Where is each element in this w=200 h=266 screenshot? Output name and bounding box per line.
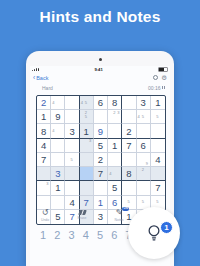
cell-r6c6[interactable]: 4 (108, 167, 122, 181)
signal-icon (32, 68, 39, 72)
cell-r3c1[interactable]: 8 (37, 124, 51, 138)
cell-r6c7[interactable]: 8 (122, 167, 136, 181)
cell-r1c1[interactable]: 2 (37, 96, 51, 110)
page-title: Hints and Notes (0, 8, 200, 26)
difficulty-label: Hard (42, 85, 53, 91)
cell-r1c4[interactable]: 45 (80, 96, 94, 110)
cell-r4c1[interactable]: 4 (37, 139, 51, 153)
eraser-icon (78, 210, 87, 215)
battery-icon (158, 67, 168, 73)
cell-r5c3[interactable]: 5 (65, 153, 79, 167)
note-digit: 2 (113, 111, 115, 115)
cell-r4c5[interactable]: 5 (94, 139, 108, 153)
cell-r1c8[interactable]: 3 (137, 96, 151, 110)
cell-r2c6[interactable]: 23 (108, 110, 122, 124)
cell-r2c4[interactable]: 25 (80, 110, 94, 124)
cell-r5c5[interactable]: 2 (94, 153, 108, 167)
cell-r6c8[interactable]: 2 (137, 167, 151, 181)
note-digit: 2 (142, 168, 144, 172)
pause-button[interactable] (162, 86, 165, 90)
cell-r4c9[interactable] (151, 139, 165, 153)
numpad-4[interactable]: 4 (79, 229, 93, 241)
cell-r4c6[interactable]: 1 (108, 139, 122, 153)
note-digit: 3 (46, 182, 48, 186)
cell-r7c9[interactable]: 7 (151, 181, 165, 195)
back-label: Back (36, 75, 48, 81)
note-digit: 9 (146, 162, 148, 166)
cell-r6c4[interactable] (80, 167, 94, 181)
cell-r7c8[interactable] (137, 181, 151, 195)
cell-r5c4[interactable] (80, 153, 94, 167)
note-digit: 4 (52, 129, 54, 133)
cell-r5c9[interactable]: 4 (151, 153, 165, 167)
theme-icon[interactable] (153, 75, 159, 81)
cell-r5c6[interactable] (108, 153, 122, 167)
note-digit: 4 (52, 101, 54, 105)
camera-icon (99, 58, 102, 61)
cell-r4c4[interactable]: 3 (80, 139, 94, 153)
cell-r2c7[interactable] (122, 110, 136, 124)
hint-count-badge: 1 (160, 221, 173, 234)
cell-r7c7[interactable] (122, 181, 136, 195)
cell-r1c5[interactable]: 6 (94, 96, 108, 110)
notes-toggle-badge: ON (122, 207, 129, 211)
cell-r1c3[interactable] (65, 96, 79, 110)
note-digit: 5 (127, 200, 129, 204)
numpad-6[interactable]: 6 (107, 229, 121, 241)
status-bar: 9:41 (32, 67, 168, 72)
tool-label: Undo (41, 218, 49, 222)
note-digit: 5 (85, 115, 87, 119)
cell-r2c5[interactable] (94, 110, 108, 124)
settings-gear-icon[interactable]: ⚙ (161, 75, 167, 81)
cell-r3c6[interactable] (108, 124, 122, 138)
cell-r6c9[interactable] (151, 167, 165, 181)
game-info-row: Hard 00:16 (42, 84, 165, 91)
cell-r2c9[interactable]: 5 (151, 110, 165, 124)
cell-r5c1[interactable]: 7 (37, 153, 51, 167)
cell-r6c5[interactable]: 7 (94, 167, 108, 181)
erase-button[interactable]: Erase (71, 208, 93, 224)
note-digit: 4 (138, 115, 140, 119)
tool-label: Erase (78, 216, 87, 220)
numpad-3[interactable]: 3 (64, 229, 78, 241)
cell-r2c2[interactable]: 9 (51, 110, 65, 124)
cell-r4c3[interactable] (65, 139, 79, 153)
hint-bubble[interactable] (128, 207, 180, 259)
cell-r6c2[interactable]: 3 (51, 167, 65, 181)
cell-r1c6[interactable]: 8 (108, 96, 122, 110)
cell-r5c8[interactable]: 9 (137, 153, 151, 167)
numpad-5[interactable]: 5 (93, 229, 107, 241)
cell-r1c9[interactable]: 1 (151, 96, 165, 110)
note-digit: 5 (156, 115, 158, 119)
cell-r7c2[interactable]: 1 (51, 181, 65, 195)
note-digit: 4 (109, 172, 111, 176)
cell-r3c3[interactable]: 3 (65, 124, 79, 138)
chevron-left-icon: ‹ (33, 75, 35, 80)
toolbar: ↺UndoErase✎NotesON (34, 208, 130, 224)
cell-r6c3[interactable] (65, 167, 79, 181)
cell-r7c6[interactable]: 5 (108, 181, 122, 195)
note-digit: 3 (89, 139, 91, 143)
cell-r7c4[interactable] (80, 181, 94, 195)
cell-r2c1[interactable]: 1 (37, 110, 51, 124)
timer-value: 00:16 (148, 85, 161, 91)
note-digit: 5 (156, 200, 158, 204)
tool-label: Notes (115, 218, 124, 222)
note-digit: 5 (142, 115, 144, 119)
cell-r2c8[interactable]: 45 (137, 110, 151, 124)
note-digit: 5 (71, 158, 73, 162)
cell-r3c2[interactable]: 4 (51, 124, 65, 138)
cell-r1c7[interactable] (122, 96, 136, 110)
back-button[interactable]: ‹ Back (33, 75, 48, 81)
cell-r7c3[interactable] (65, 181, 79, 195)
cell-r3c5[interactable]: 9 (94, 124, 108, 138)
cell-r5c2[interactable] (51, 153, 65, 167)
cell-r7c5[interactable] (94, 181, 108, 195)
note-digit: 5 (142, 200, 144, 204)
note-digit: 5 (85, 101, 87, 105)
cell-r5c7[interactable] (122, 153, 136, 167)
cell-r6c1[interactable] (37, 167, 51, 181)
pencil-icon: ✎ (116, 208, 123, 217)
cell-r3c8[interactable] (137, 124, 151, 138)
undo-button[interactable]: ↺Undo (34, 208, 56, 224)
cell-r4c2[interactable] (51, 139, 65, 153)
cell-r3c4[interactable]: 1 (80, 124, 94, 138)
cell-r3c9[interactable] (151, 124, 165, 138)
cell-r4c7[interactable]: 7 (122, 139, 136, 153)
cell-r2c3[interactable] (65, 110, 79, 124)
numpad-2[interactable]: 2 (50, 229, 64, 241)
cell-r1c2[interactable]: 4 (51, 96, 65, 110)
status-time: 9:41 (94, 67, 102, 72)
numpad-1[interactable]: 1 (36, 229, 50, 241)
cell-r4c8[interactable]: 6 (137, 139, 151, 153)
sudoku-board: 2445683119252345584319243517675294374823… (36, 95, 166, 225)
notes-button[interactable]: ✎NotesON (108, 208, 130, 224)
note-digit: 3 (117, 111, 119, 115)
cell-r3c7[interactable]: 2 (122, 124, 136, 138)
cell-r7c1[interactable]: 3 (37, 181, 51, 195)
undo-icon: ↺ (42, 208, 49, 217)
nav-bar: ‹ Back ⚙ (33, 73, 167, 82)
note-digit: 4 (81, 101, 83, 105)
